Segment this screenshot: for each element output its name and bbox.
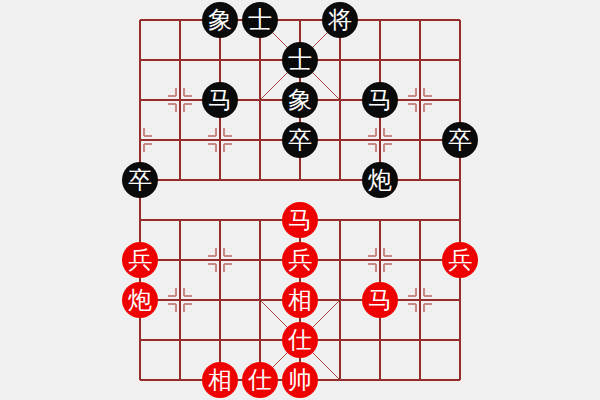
red-cannon[interactable]: 炮 xyxy=(122,282,158,318)
black-horse[interactable]: 马 xyxy=(362,82,398,118)
black-elephant[interactable]: 象 xyxy=(282,82,318,118)
xiangqi-piece-layer: 象士将士马象马卒卒卒炮马兵兵兵炮相马仕相仕帅 xyxy=(120,0,480,400)
red-advisor[interactable]: 仕 xyxy=(242,362,278,398)
red-soldier[interactable]: 兵 xyxy=(282,242,318,278)
black-elephant[interactable]: 象 xyxy=(202,2,238,38)
red-elephant[interactable]: 相 xyxy=(202,362,238,398)
black-cannon[interactable]: 炮 xyxy=(362,162,398,198)
xiangqi-app: 象士将士马象马卒卒卒炮马兵兵兵炮相马仕相仕帅 xyxy=(0,0,600,400)
red-soldier[interactable]: 兵 xyxy=(442,242,478,278)
red-advisor[interactable]: 仕 xyxy=(282,322,318,358)
black-soldier[interactable]: 卒 xyxy=(122,162,158,198)
black-advisor[interactable]: 士 xyxy=(282,42,318,78)
red-soldier[interactable]: 兵 xyxy=(122,242,158,278)
red-horse[interactable]: 马 xyxy=(282,202,318,238)
red-elephant[interactable]: 相 xyxy=(282,282,318,318)
black-advisor[interactable]: 士 xyxy=(242,2,278,38)
red-horse[interactable]: 马 xyxy=(362,282,398,318)
black-soldier[interactable]: 卒 xyxy=(282,122,318,158)
red-general[interactable]: 帅 xyxy=(282,362,318,398)
black-soldier[interactable]: 卒 xyxy=(442,122,478,158)
black-horse[interactable]: 马 xyxy=(202,82,238,118)
black-general[interactable]: 将 xyxy=(322,2,358,38)
